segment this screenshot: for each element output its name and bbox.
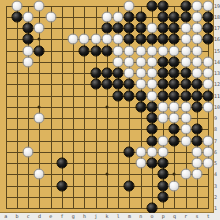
white-stone bbox=[135, 158, 146, 169]
white-stone bbox=[191, 34, 202, 45]
black-stone bbox=[146, 0, 157, 11]
black-stone bbox=[169, 11, 180, 22]
row-label: 3 bbox=[214, 183, 217, 188]
black-stone bbox=[191, 124, 202, 135]
black-stone bbox=[124, 146, 135, 157]
black-stone bbox=[146, 135, 157, 146]
white-stone bbox=[158, 45, 169, 56]
white-stone bbox=[169, 180, 180, 191]
black-stone bbox=[124, 34, 135, 45]
black-stone bbox=[158, 191, 169, 202]
white-stone bbox=[180, 169, 191, 180]
white-stone bbox=[203, 146, 214, 157]
white-stone bbox=[180, 135, 191, 146]
white-stone bbox=[191, 45, 202, 56]
black-stone bbox=[180, 11, 191, 22]
column-label: b bbox=[15, 213, 18, 220]
row-label: 15 bbox=[214, 48, 220, 53]
row-label: 16 bbox=[214, 37, 220, 42]
grid-line-horizontal bbox=[6, 163, 210, 164]
black-stone bbox=[23, 34, 34, 45]
black-stone bbox=[113, 23, 124, 34]
white-stone bbox=[203, 68, 214, 79]
white-stone bbox=[180, 45, 191, 56]
black-stone bbox=[90, 45, 101, 56]
white-stone bbox=[191, 158, 202, 169]
white-stone bbox=[203, 0, 214, 11]
white-stone bbox=[113, 56, 124, 67]
white-stone bbox=[11, 0, 22, 11]
white-stone bbox=[169, 45, 180, 56]
black-stone bbox=[158, 90, 169, 101]
black-stone bbox=[158, 56, 169, 67]
column-label: a bbox=[4, 213, 7, 220]
black-stone bbox=[124, 180, 135, 191]
black-stone bbox=[180, 79, 191, 90]
column-label: j bbox=[94, 213, 97, 220]
black-stone bbox=[124, 79, 135, 90]
black-stone bbox=[79, 45, 90, 56]
black-stone bbox=[191, 90, 202, 101]
white-stone bbox=[191, 56, 202, 67]
white-stone bbox=[34, 113, 45, 124]
white-stone bbox=[203, 101, 214, 112]
white-stone bbox=[113, 34, 124, 45]
white-stone bbox=[34, 0, 45, 11]
row-label: 1 bbox=[214, 206, 217, 211]
white-stone bbox=[158, 135, 169, 146]
white-stone bbox=[180, 34, 191, 45]
column-label: o bbox=[150, 213, 153, 220]
black-stone bbox=[56, 180, 67, 191]
white-stone bbox=[135, 79, 146, 90]
white-stone bbox=[124, 68, 135, 79]
white-stone bbox=[135, 45, 146, 56]
black-stone bbox=[135, 101, 146, 112]
row-label: 9 bbox=[214, 116, 217, 121]
white-stone bbox=[203, 135, 214, 146]
black-stone bbox=[169, 79, 180, 90]
white-stone bbox=[158, 113, 169, 124]
column-label: h bbox=[83, 213, 86, 220]
black-stone bbox=[135, 11, 146, 22]
row-label: 2 bbox=[214, 194, 217, 199]
white-stone bbox=[34, 23, 45, 34]
row-label: 14 bbox=[214, 59, 220, 64]
white-stone bbox=[113, 11, 124, 22]
white-stone bbox=[146, 45, 157, 56]
row-label: 4 bbox=[214, 172, 217, 177]
column-label: c bbox=[27, 213, 30, 220]
black-stone bbox=[101, 68, 112, 79]
black-stone bbox=[11, 11, 22, 22]
white-stone bbox=[203, 56, 214, 67]
black-stone bbox=[158, 23, 169, 34]
black-stone bbox=[113, 68, 124, 79]
white-stone bbox=[135, 56, 146, 67]
black-stone bbox=[191, 79, 202, 90]
white-stone bbox=[191, 11, 202, 22]
black-stone bbox=[124, 11, 135, 22]
black-stone bbox=[146, 101, 157, 112]
white-stone bbox=[203, 158, 214, 169]
black-stone bbox=[169, 34, 180, 45]
column-label: r bbox=[184, 213, 187, 220]
white-stone bbox=[124, 56, 135, 67]
black-stone bbox=[146, 34, 157, 45]
column-label: s bbox=[195, 213, 198, 220]
black-stone bbox=[158, 169, 169, 180]
white-stone bbox=[124, 0, 135, 11]
black-stone bbox=[158, 180, 169, 191]
column-label: k bbox=[105, 213, 108, 220]
black-stone bbox=[191, 135, 202, 146]
row-label: 19 bbox=[214, 3, 220, 8]
grid-line-horizontal bbox=[6, 152, 210, 153]
black-stone bbox=[34, 45, 45, 56]
column-label: t bbox=[207, 213, 210, 220]
white-stone bbox=[146, 68, 157, 79]
white-stone bbox=[34, 169, 45, 180]
white-stone bbox=[135, 68, 146, 79]
white-stone bbox=[169, 101, 180, 112]
white-stone bbox=[90, 34, 101, 45]
row-label: 7 bbox=[214, 138, 217, 143]
black-stone bbox=[169, 23, 180, 34]
column-label: f bbox=[60, 213, 63, 220]
black-stone bbox=[158, 158, 169, 169]
white-stone bbox=[135, 146, 146, 157]
row-label: 10 bbox=[214, 104, 220, 109]
black-stone bbox=[113, 90, 124, 101]
hoshi-point bbox=[105, 173, 108, 176]
black-stone bbox=[135, 23, 146, 34]
black-stone bbox=[158, 34, 169, 45]
black-stone bbox=[158, 11, 169, 22]
black-stone bbox=[146, 158, 157, 169]
hoshi-point bbox=[38, 105, 41, 108]
white-stone bbox=[191, 169, 202, 180]
white-stone bbox=[169, 113, 180, 124]
black-stone bbox=[203, 90, 214, 101]
white-stone bbox=[45, 11, 56, 22]
white-stone bbox=[180, 113, 191, 124]
black-stone bbox=[158, 79, 169, 90]
white-stone bbox=[191, 68, 202, 79]
black-stone bbox=[135, 34, 146, 45]
white-stone bbox=[101, 11, 112, 22]
column-label: e bbox=[49, 213, 52, 220]
black-stone bbox=[113, 79, 124, 90]
column-label: p bbox=[162, 213, 165, 220]
white-stone bbox=[23, 56, 34, 67]
black-stone bbox=[90, 68, 101, 79]
white-stone bbox=[203, 79, 214, 90]
black-stone bbox=[191, 101, 202, 112]
black-stone bbox=[180, 0, 191, 11]
white-stone bbox=[23, 11, 34, 22]
black-stone bbox=[101, 45, 112, 56]
black-stone bbox=[180, 68, 191, 79]
black-stone bbox=[180, 90, 191, 101]
column-label: l bbox=[117, 213, 120, 220]
go-board[interactable] bbox=[0, 0, 214, 213]
black-stone bbox=[90, 79, 101, 90]
row-label: 5 bbox=[214, 161, 217, 166]
black-stone bbox=[56, 158, 67, 169]
row-label: 6 bbox=[214, 149, 217, 154]
row-label: 8 bbox=[214, 127, 217, 132]
right-coordinate-strip: 19181716151413121110987654321 bbox=[214, 0, 220, 220]
white-stone bbox=[158, 146, 169, 157]
black-stone bbox=[158, 68, 169, 79]
column-label: q bbox=[173, 213, 176, 220]
black-stone bbox=[169, 68, 180, 79]
black-stone bbox=[124, 90, 135, 101]
black-stone bbox=[124, 23, 135, 34]
white-stone bbox=[191, 146, 202, 157]
hoshi-point bbox=[38, 38, 41, 41]
black-stone bbox=[169, 56, 180, 67]
white-stone bbox=[146, 146, 157, 157]
white-stone bbox=[101, 34, 112, 45]
black-stone bbox=[146, 113, 157, 124]
white-stone bbox=[146, 90, 157, 101]
black-stone bbox=[169, 90, 180, 101]
row-label: 17 bbox=[214, 26, 220, 31]
white-stone bbox=[124, 45, 135, 56]
white-stone bbox=[146, 79, 157, 90]
white-stone bbox=[23, 45, 34, 56]
hoshi-point bbox=[173, 173, 176, 176]
grid-line-horizontal bbox=[6, 208, 210, 209]
white-stone bbox=[180, 56, 191, 67]
row-label: 18 bbox=[214, 14, 220, 19]
row-label: 13 bbox=[214, 71, 220, 76]
black-stone bbox=[169, 124, 180, 135]
white-stone bbox=[180, 124, 191, 135]
column-label: n bbox=[139, 213, 142, 220]
row-label: 12 bbox=[214, 82, 220, 87]
black-stone bbox=[169, 135, 180, 146]
black-stone bbox=[23, 23, 34, 34]
white-stone bbox=[158, 101, 169, 112]
black-stone bbox=[146, 124, 157, 135]
white-stone bbox=[191, 0, 202, 11]
white-stone bbox=[180, 101, 191, 112]
grid-line-horizontal bbox=[6, 197, 210, 198]
black-stone bbox=[203, 11, 214, 22]
white-stone bbox=[191, 23, 202, 34]
white-stone bbox=[23, 146, 34, 157]
white-stone bbox=[68, 34, 79, 45]
black-stone bbox=[101, 79, 112, 90]
column-label: g bbox=[72, 213, 75, 220]
black-stone bbox=[158, 0, 169, 11]
go-app: abcdefghjklmnopqrst 19181716151413121110… bbox=[0, 0, 220, 220]
white-stone bbox=[180, 23, 191, 34]
column-label: m bbox=[128, 213, 131, 220]
hoshi-point bbox=[105, 105, 108, 108]
black-stone bbox=[101, 23, 112, 34]
black-stone bbox=[203, 23, 214, 34]
white-stone bbox=[79, 34, 90, 45]
white-stone bbox=[113, 45, 124, 56]
black-stone bbox=[203, 34, 214, 45]
column-label: d bbox=[38, 213, 41, 220]
bottom-coordinate-strip: abcdefghjklmnopqrst bbox=[0, 213, 214, 220]
row-label: 11 bbox=[214, 93, 220, 98]
white-stone bbox=[146, 23, 157, 34]
white-stone bbox=[146, 56, 157, 67]
black-stone bbox=[135, 90, 146, 101]
